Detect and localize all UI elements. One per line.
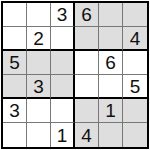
cell-r4c5[interactable] [99, 75, 123, 99]
page: 362456353114 [0, 0, 150, 150]
cell-r6c6[interactable] [123, 123, 147, 147]
cell-r5c2[interactable] [27, 99, 51, 123]
given-digit-cell-r4c6: 5 [123, 75, 147, 99]
given-digit-cell-r2c6: 4 [123, 27, 147, 51]
cell-r2c4[interactable] [75, 27, 99, 51]
cell-r4c3[interactable] [51, 75, 75, 99]
cell-r1c6[interactable] [123, 3, 147, 27]
cell-r6c1[interactable] [3, 123, 27, 147]
cell-r2c1[interactable] [3, 27, 27, 51]
cell-r5c3[interactable] [51, 99, 75, 123]
given-digit-cell-r5c5: 1 [99, 99, 123, 123]
given-digit-cell-r3c5: 6 [99, 51, 123, 75]
cell-r4c4[interactable] [75, 75, 99, 99]
cell-r3c3[interactable] [51, 51, 75, 75]
cell-r2c3[interactable] [51, 27, 75, 51]
given-digit-cell-r6c3: 1 [51, 123, 75, 147]
cell-r6c5[interactable] [99, 123, 123, 147]
given-digit-cell-r1c4: 6 [75, 3, 99, 27]
cell-r1c2[interactable] [27, 3, 51, 27]
cell-r3c4[interactable] [75, 51, 99, 75]
given-digit-cell-r3c1: 5 [3, 51, 27, 75]
given-digit-cell-r5c1: 3 [3, 99, 27, 123]
given-digit-cell-r1c3: 3 [51, 3, 75, 27]
cell-r1c5[interactable] [99, 3, 123, 27]
cell-r2c5[interactable] [99, 27, 123, 51]
given-digit-cell-r6c4: 4 [75, 123, 99, 147]
cell-r1c1[interactable] [3, 3, 27, 27]
given-digit-cell-r4c2: 3 [27, 75, 51, 99]
cell-r5c6[interactable] [123, 99, 147, 123]
cell-r3c2[interactable] [27, 51, 51, 75]
given-digit-cell-r2c2: 2 [27, 27, 51, 51]
sudoku-board: 362456353114 [1, 1, 149, 149]
cell-r3c6[interactable] [123, 51, 147, 75]
cell-r5c4[interactable] [75, 99, 99, 123]
cell-r4c1[interactable] [3, 75, 27, 99]
cell-r6c2[interactable] [27, 123, 51, 147]
